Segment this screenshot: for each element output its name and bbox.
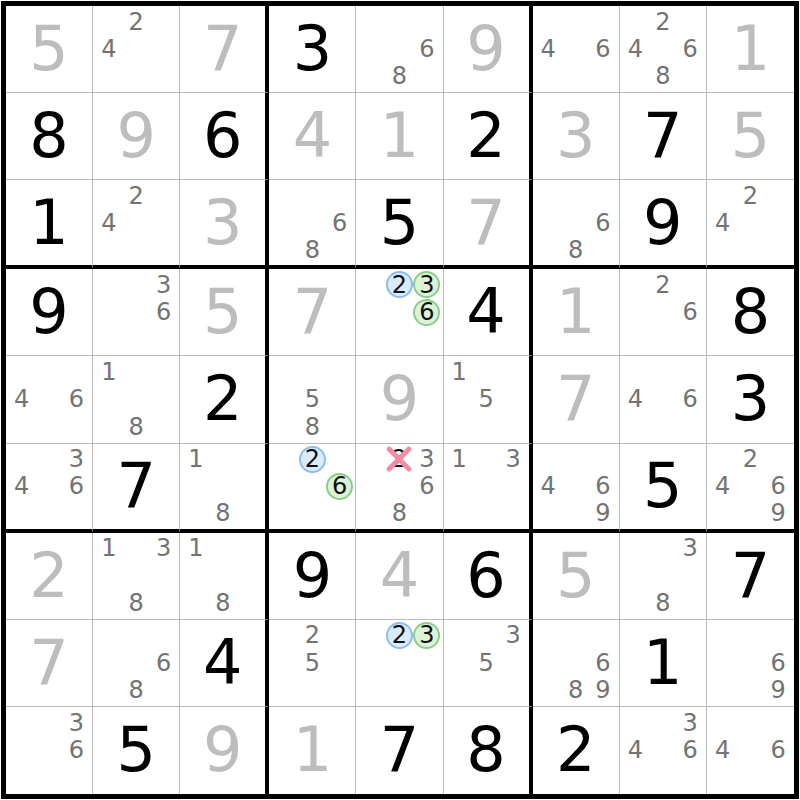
candidate-empty-slot: [473, 500, 500, 527]
candidate-empty-slot: [123, 326, 150, 353]
cell-r1c9[interactable]: 1: [707, 6, 794, 93]
cell-r7c4[interactable]: 9: [269, 533, 356, 620]
cell-r3c8[interactable]: 9: [620, 180, 707, 269]
candidate-empty-slot: [622, 326, 649, 353]
candidate-empty-slot: [737, 209, 764, 236]
candidate-6[interactable]: 6: [765, 737, 792, 764]
cell-r4c1[interactable]: 9: [6, 269, 93, 356]
candidate-2[interactable]: 2: [649, 271, 676, 298]
candidate-empty-slot: [95, 562, 122, 589]
candidate-empty-slot: [649, 765, 676, 792]
candidate-empty-slot: [271, 649, 298, 676]
candidate-empty-slot: [209, 446, 236, 473]
candidate-empty-slot: [359, 473, 386, 500]
candidate-6[interactable]: 6: [765, 473, 792, 500]
candidate-grid: 13: [444, 444, 529, 529]
candidate-8[interactable]: 8: [562, 677, 589, 704]
candidate-empty-slot: [535, 677, 562, 704]
cell-r7c1[interactable]: 2: [6, 533, 93, 620]
cell-r1c6[interactable]: 9: [444, 6, 533, 93]
candidate-empty-slot: [677, 590, 704, 617]
candidate-empty-slot: [737, 677, 764, 704]
candidate-empty-slot: [622, 299, 649, 326]
solved-digit: 6: [466, 545, 505, 607]
candidate-1[interactable]: 1: [182, 535, 209, 562]
cell-r6c6[interactable]: 13: [444, 444, 533, 533]
cell-r4c3[interactable]: 5: [180, 269, 269, 356]
candidate-grid: 24: [707, 180, 794, 265]
candidate-3-circle-green[interactable]: 3: [413, 271, 440, 298]
candidate-grid: 469: [533, 444, 619, 529]
solved-digit: 2: [203, 368, 242, 430]
candidate-empty-slot: [123, 236, 150, 263]
candidate-empty-slot: [326, 622, 353, 649]
candidate-empty-slot: [326, 446, 353, 473]
cell-r9c6[interactable]: 8: [444, 707, 533, 794]
candidate-empty-slot: [326, 359, 353, 386]
given-digit: 7: [466, 192, 505, 254]
cell-r4c7[interactable]: 1: [533, 269, 620, 356]
candidate-empty-slot: [299, 209, 326, 236]
candidate-2[interactable]: 2: [737, 182, 764, 209]
candidate-empty-slot: [590, 63, 617, 90]
cell-r6c2[interactable]: 7: [93, 444, 180, 533]
candidate-6[interactable]: 6: [590, 473, 617, 500]
cell-r2c2[interactable]: 9: [93, 93, 180, 180]
candidate-grid: 68: [533, 180, 619, 265]
candidate-empty-slot: [677, 765, 704, 792]
candidate-1[interactable]: 1: [95, 359, 122, 386]
candidate-empty-slot: [709, 236, 736, 263]
candidate-empty-slot: [709, 182, 736, 209]
candidate-empty-slot: [677, 63, 704, 90]
candidate-empty-slot: [386, 677, 413, 704]
cell-r7c5[interactable]: 4: [356, 533, 443, 620]
cell-r3c5[interactable]: 5: [356, 180, 443, 269]
cell-r5c2[interactable]: 18: [93, 356, 180, 443]
candidate-2[interactable]: 2: [299, 622, 326, 649]
candidate-empty-slot: [150, 562, 177, 589]
candidate-empty-slot: [236, 590, 263, 617]
cell-r2c3[interactable]: 6: [180, 93, 269, 180]
solved-digit: 3: [293, 18, 332, 80]
candidate-4[interactable]: 4: [709, 473, 736, 500]
cell-r4c5[interactable]: 236: [356, 269, 443, 356]
cell-r1c2[interactable]: 24: [93, 6, 180, 93]
cell-r1c5[interactable]: 68: [356, 6, 443, 93]
cell-r9c9[interactable]: 46: [707, 707, 794, 794]
solved-digit: 7: [380, 719, 419, 781]
candidate-2[interactable]: 2: [737, 446, 764, 473]
candidate-1[interactable]: 1: [182, 446, 209, 473]
candidate-empty-slot: [446, 386, 473, 413]
candidate-empty-slot: [95, 63, 122, 90]
cell-r2c6[interactable]: 2: [444, 93, 533, 180]
solved-digit: 9: [293, 545, 332, 607]
candidate-8[interactable]: 8: [562, 236, 589, 263]
candidate-grid: 346: [620, 707, 706, 794]
cell-r9c7[interactable]: 2: [533, 707, 620, 794]
candidate-empty-slot: [150, 8, 177, 35]
cell-r7c6[interactable]: 6: [444, 533, 533, 620]
candidate-empty-slot: [386, 473, 413, 500]
candidate-empty-slot: [737, 500, 764, 527]
candidate-6[interactable]: 6: [590, 36, 617, 63]
candidate-2[interactable]: 2: [649, 8, 676, 35]
candidate-grid: 18: [93, 356, 179, 442]
cell-r4c6[interactable]: 4: [444, 269, 533, 356]
candidate-empty-slot: [36, 359, 63, 386]
cell-r9c8[interactable]: 346: [620, 707, 707, 794]
candidate-empty-slot: [150, 236, 177, 263]
candidate-grid: 58: [269, 356, 355, 442]
candidate-grid: 68: [269, 180, 355, 265]
candidate-8[interactable]: 8: [649, 590, 676, 617]
candidate-2[interactable]: 2: [123, 182, 150, 209]
cell-r8c2[interactable]: 68: [93, 620, 180, 707]
cell-r2c5[interactable]: 1: [356, 93, 443, 180]
candidate-empty-slot: [622, 271, 649, 298]
cell-r8c5[interactable]: 23: [356, 620, 443, 707]
candidate-4[interactable]: 4: [535, 36, 562, 63]
candidate-4[interactable]: 4: [8, 473, 35, 500]
candidate-empty-slot: [677, 413, 704, 440]
given-digit: 4: [380, 545, 419, 607]
cell-r6c4[interactable]: 26: [269, 444, 356, 533]
candidate-empty-slot: [709, 765, 736, 792]
cell-r3c9[interactable]: 24: [707, 180, 794, 269]
given-digit: 1: [380, 105, 419, 167]
cell-r8c6[interactable]: 35: [444, 620, 533, 707]
cell-r6c3[interactable]: 18: [180, 444, 269, 533]
candidate-empty-slot: [299, 473, 326, 500]
candidate-empty-slot: [413, 8, 440, 35]
cell-r7c7[interactable]: 5: [533, 533, 620, 620]
candidate-empty-slot: [622, 413, 649, 440]
candidate-2-x-red[interactable]: 2: [386, 446, 413, 473]
cell-r4c9[interactable]: 8: [707, 269, 794, 356]
candidate-grid: 68: [93, 620, 179, 706]
candidate-5[interactable]: 5: [299, 649, 326, 676]
candidate-6-circle-green[interactable]: 6: [326, 473, 353, 500]
candidate-empty-slot: [562, 500, 589, 527]
candidate-empty-slot: [299, 677, 326, 704]
candidate-6[interactable]: 6: [677, 36, 704, 63]
candidate-3[interactable]: 3: [677, 709, 704, 736]
candidate-empty-slot: [182, 500, 209, 527]
cell-r3c2[interactable]: 24: [93, 180, 180, 269]
cell-r2c7[interactable]: 3: [533, 93, 620, 180]
cell-r8c8[interactable]: 1: [620, 620, 707, 707]
candidate-6[interactable]: 6: [150, 649, 177, 676]
cell-r4c4[interactable]: 7: [269, 269, 356, 356]
candidate-empty-slot: [236, 535, 263, 562]
candidate-6[interactable]: 6: [413, 36, 440, 63]
candidate-grid: 36: [6, 707, 92, 794]
candidate-empty-slot: [8, 446, 35, 473]
candidate-empty-slot: [36, 446, 63, 473]
candidate-empty-slot: [271, 209, 298, 236]
candidate-empty-slot: [386, 326, 413, 353]
cell-r4c2[interactable]: 36: [93, 269, 180, 356]
candidate-empty-slot: [36, 473, 63, 500]
candidate-empty-slot: [709, 446, 736, 473]
cell-r5c1[interactable]: 46: [6, 356, 93, 443]
candidate-empty-slot: [677, 562, 704, 589]
cell-r4c8[interactable]: 26: [620, 269, 707, 356]
candidate-4[interactable]: 4: [95, 36, 122, 63]
candidate-2-circle-blue[interactable]: 2: [299, 446, 326, 473]
candidate-2[interactable]: 2: [123, 8, 150, 35]
candidate-grid: 46: [533, 6, 619, 92]
candidate-grid: 689: [533, 620, 619, 706]
cell-r2c1[interactable]: 8: [6, 93, 93, 180]
candidate-6[interactable]: 6: [150, 299, 177, 326]
candidate-empty-slot: [359, 677, 386, 704]
candidate-8[interactable]: 8: [123, 413, 150, 440]
candidate-5[interactable]: 5: [473, 649, 500, 676]
candidate-empty-slot: [709, 649, 736, 676]
candidate-empty-slot: [359, 446, 386, 473]
candidate-empty-slot: [765, 709, 792, 736]
cell-r5c5[interactable]: 9: [356, 356, 443, 443]
candidate-empty-slot: [562, 622, 589, 649]
candidate-empty-slot: [622, 359, 649, 386]
candidate-3[interactable]: 3: [150, 535, 177, 562]
candidate-grid: 2468: [620, 6, 706, 92]
candidate-4[interactable]: 4: [535, 473, 562, 500]
candidate-6[interactable]: 6: [590, 649, 617, 676]
candidate-9[interactable]: 9: [765, 500, 792, 527]
candidate-6[interactable]: 6: [677, 386, 704, 413]
candidate-empty-slot: [123, 209, 150, 236]
candidate-5[interactable]: 5: [299, 386, 326, 413]
candidate-empty-slot: [182, 562, 209, 589]
candidate-empty-slot: [737, 622, 764, 649]
candidate-grid: 236: [356, 269, 442, 355]
candidate-grid: 346: [6, 444, 92, 529]
cell-r8c9[interactable]: 69: [707, 620, 794, 707]
candidate-3[interactable]: 3: [500, 446, 527, 473]
cell-r6c1[interactable]: 346: [6, 444, 93, 533]
candidate-8[interactable]: 8: [386, 63, 413, 90]
cell-r2c9[interactable]: 5: [707, 93, 794, 180]
solved-digit: 8: [29, 105, 68, 167]
candidate-8[interactable]: 8: [209, 500, 236, 527]
candidate-empty-slot: [709, 709, 736, 736]
candidate-empty-slot: [326, 677, 353, 704]
cell-r7c8[interactable]: 38: [620, 533, 707, 620]
candidate-empty-slot: [271, 622, 298, 649]
candidate-empty-slot: [236, 500, 263, 527]
candidate-6-circle-green[interactable]: 6: [413, 299, 440, 326]
cell-r9c1[interactable]: 36: [6, 707, 93, 794]
candidate-empty-slot: [36, 386, 63, 413]
cell-r1c3[interactable]: 7: [180, 6, 269, 93]
cell-r2c8[interactable]: 7: [620, 93, 707, 180]
cell-r9c4[interactable]: 1: [269, 707, 356, 794]
given-digit: 7: [293, 281, 332, 343]
candidate-6[interactable]: 6: [677, 299, 704, 326]
candidate-empty-slot: [359, 622, 386, 649]
candidate-empty-slot: [63, 359, 90, 386]
cell-r2c4[interactable]: 4: [269, 93, 356, 180]
cell-r6c9[interactable]: 2469: [707, 444, 794, 533]
candidate-8[interactable]: 8: [123, 590, 150, 617]
candidate-empty-slot: [123, 622, 150, 649]
candidate-empty-slot: [500, 649, 527, 676]
cell-r5c9[interactable]: 3: [707, 356, 794, 443]
candidate-empty-slot: [677, 8, 704, 35]
candidate-8[interactable]: 8: [649, 63, 676, 90]
cell-r6c7[interactable]: 469: [533, 444, 620, 533]
candidate-empty-slot: [649, 36, 676, 63]
candidate-empty-slot: [95, 299, 122, 326]
candidate-empty-slot: [150, 413, 177, 440]
candidate-4[interactable]: 4: [709, 737, 736, 764]
cell-r1c1[interactable]: 5: [6, 6, 93, 93]
candidate-empty-slot: [36, 765, 63, 792]
candidate-empty-slot: [473, 622, 500, 649]
candidate-empty-slot: [737, 236, 764, 263]
cell-r3c7[interactable]: 68: [533, 180, 620, 269]
candidate-9[interactable]: 9: [765, 677, 792, 704]
cell-r8c7[interactable]: 689: [533, 620, 620, 707]
candidate-grid: 2368: [356, 444, 442, 529]
solved-digit: 7: [116, 455, 155, 517]
cell-r7c2[interactable]: 138: [93, 533, 180, 620]
candidate-empty-slot: [535, 622, 562, 649]
candidate-2-circle-blue[interactable]: 2: [386, 622, 413, 649]
candidate-6[interactable]: 6: [677, 737, 704, 764]
cell-r9c2[interactable]: 5: [93, 707, 180, 794]
candidate-3[interactable]: 3: [150, 271, 177, 298]
candidate-6[interactable]: 6: [765, 649, 792, 676]
cell-r7c9[interactable]: 7: [707, 533, 794, 620]
candidate-grid: 18: [180, 444, 265, 529]
candidate-6[interactable]: 6: [590, 209, 617, 236]
candidate-grid: 46: [707, 707, 794, 794]
candidate-8[interactable]: 8: [123, 677, 150, 704]
cell-r3c3[interactable]: 3: [180, 180, 269, 269]
candidate-empty-slot: [709, 622, 736, 649]
candidate-empty-slot: [562, 649, 589, 676]
candidate-empty-slot: [150, 209, 177, 236]
candidate-8[interactable]: 8: [299, 236, 326, 263]
cell-r1c4[interactable]: 3: [269, 6, 356, 93]
solved-digit: 5: [380, 192, 419, 254]
candidate-empty-slot: [36, 737, 63, 764]
candidate-1[interactable]: 1: [446, 359, 473, 386]
cell-r6c5[interactable]: 2368: [356, 444, 443, 533]
candidate-3[interactable]: 3: [500, 622, 527, 649]
candidate-empty-slot: [299, 182, 326, 209]
candidate-grid: 138: [93, 533, 179, 619]
candidate-6[interactable]: 6: [63, 386, 90, 413]
solved-digit: 5: [116, 719, 155, 781]
candidate-4[interactable]: 4: [622, 737, 649, 764]
candidate-empty-slot: [649, 299, 676, 326]
cell-r8c1[interactable]: 7: [6, 620, 93, 707]
cell-r9c5[interactable]: 7: [356, 707, 443, 794]
candidate-4[interactable]: 4: [95, 209, 122, 236]
candidate-empty-slot: [446, 622, 473, 649]
candidate-empty-slot: [150, 386, 177, 413]
cell-r3c1[interactable]: 1: [6, 180, 93, 269]
candidate-empty-slot: [473, 359, 500, 386]
candidate-empty-slot: [590, 446, 617, 473]
candidate-empty-slot: [63, 413, 90, 440]
candidate-3-circle-green[interactable]: 3: [413, 622, 440, 649]
candidate-empty-slot: [386, 649, 413, 676]
candidate-1[interactable]: 1: [446, 446, 473, 473]
candidate-8[interactable]: 8: [209, 590, 236, 617]
cell-r3c6[interactable]: 7: [444, 180, 533, 269]
candidate-empty-slot: [535, 8, 562, 35]
candidate-empty-slot: [413, 326, 440, 353]
candidate-empty-slot: [150, 590, 177, 617]
candidate-empty-slot: [562, 209, 589, 236]
candidate-6[interactable]: 6: [326, 209, 353, 236]
candidate-empty-slot: [386, 299, 413, 326]
candidate-8[interactable]: 8: [299, 413, 326, 440]
candidate-6[interactable]: 6: [63, 473, 90, 500]
candidate-3[interactable]: 3: [63, 709, 90, 736]
cell-r5c4[interactable]: 58: [269, 356, 356, 443]
candidate-9[interactable]: 9: [590, 500, 617, 527]
cell-r7c3[interactable]: 18: [180, 533, 269, 620]
candidate-4[interactable]: 4: [709, 209, 736, 236]
cell-r5c7[interactable]: 7: [533, 356, 620, 443]
candidate-4[interactable]: 4: [622, 386, 649, 413]
candidate-3[interactable]: 3: [63, 446, 90, 473]
cell-r6c8[interactable]: 5: [620, 444, 707, 533]
cell-r8c3[interactable]: 4: [180, 620, 269, 707]
candidate-empty-slot: [36, 413, 63, 440]
candidate-empty-slot: [123, 562, 150, 589]
candidate-5[interactable]: 5: [473, 386, 500, 413]
candidate-3[interactable]: 3: [677, 535, 704, 562]
candidate-empty-slot: [359, 500, 386, 527]
candidate-1[interactable]: 1: [95, 535, 122, 562]
candidate-6[interactable]: 6: [63, 737, 90, 764]
solved-digit: 8: [731, 281, 770, 343]
candidate-4[interactable]: 4: [622, 36, 649, 63]
candidate-6[interactable]: 6: [413, 473, 440, 500]
candidate-grid: 35: [444, 620, 529, 706]
candidate-8[interactable]: 8: [386, 500, 413, 527]
cell-r3c4[interactable]: 68: [269, 180, 356, 269]
cell-r5c3[interactable]: 2: [180, 356, 269, 443]
candidate-empty-slot: [446, 677, 473, 704]
solved-digit: 1: [643, 632, 682, 694]
candidate-9[interactable]: 9: [590, 677, 617, 704]
candidate-3[interactable]: 3: [413, 446, 440, 473]
candidate-empty-slot: [535, 446, 562, 473]
cell-r5c8[interactable]: 46: [620, 356, 707, 443]
cell-r5c6[interactable]: 15: [444, 356, 533, 443]
candidate-empty-slot: [123, 535, 150, 562]
cell-r9c3[interactable]: 9: [180, 707, 269, 794]
cell-r1c8[interactable]: 2468: [620, 6, 707, 93]
cell-r1c7[interactable]: 46: [533, 6, 620, 93]
candidate-empty-slot: [36, 709, 63, 736]
candidate-4[interactable]: 4: [8, 386, 35, 413]
candidate-2-circle-blue[interactable]: 2: [386, 271, 413, 298]
solved-digit: 7: [731, 545, 770, 607]
cell-r8c4[interactable]: 25: [269, 620, 356, 707]
candidate-empty-slot: [413, 677, 440, 704]
